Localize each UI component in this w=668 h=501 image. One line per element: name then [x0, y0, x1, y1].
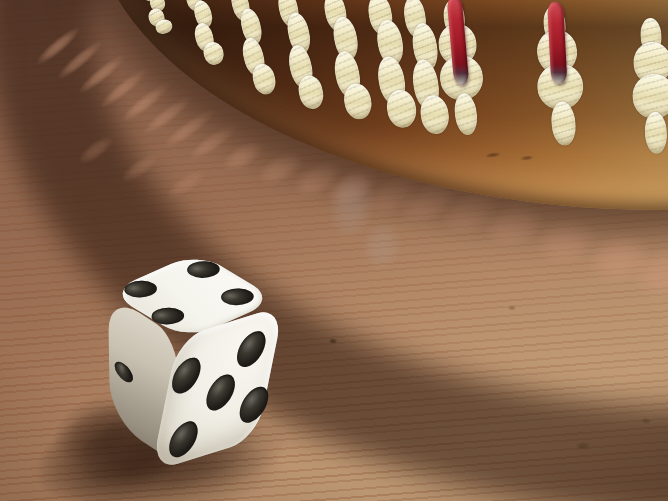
pip — [169, 354, 204, 397]
photo-scene — [0, 0, 668, 501]
pip — [181, 258, 227, 282]
die-front-face — [151, 305, 284, 472]
pip — [215, 285, 261, 309]
die — [0, 0, 668, 501]
pip — [203, 371, 238, 414]
pip — [237, 383, 272, 426]
pip — [166, 418, 201, 461]
pip — [234, 327, 269, 370]
pip — [115, 358, 133, 387]
pip — [118, 277, 164, 301]
